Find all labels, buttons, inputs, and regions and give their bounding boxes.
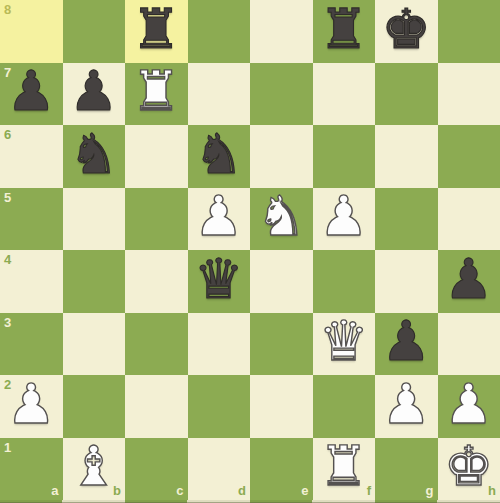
- piece-white-pawn[interactable]: ♟: [382, 377, 431, 432]
- piece-black-rook[interactable]: ♜: [319, 2, 368, 57]
- piece-black-rook[interactable]: ♜: [132, 2, 181, 57]
- piece-black-king[interactable]: ♚: [382, 2, 431, 57]
- piece-black-knight[interactable]: ♞: [69, 127, 118, 182]
- square-d4[interactable]: ♛: [188, 250, 251, 313]
- square-g7[interactable]: [375, 63, 438, 126]
- square-e8[interactable]: [250, 0, 313, 63]
- square-g3[interactable]: ♟: [375, 313, 438, 376]
- square-g4[interactable]: [375, 250, 438, 313]
- square-d3[interactable]: [188, 313, 251, 376]
- square-h8[interactable]: [438, 0, 500, 63]
- piece-black-knight[interactable]: ♞: [194, 127, 243, 182]
- square-e7[interactable]: [250, 63, 313, 126]
- square-h1[interactable]: h♚: [438, 438, 500, 501]
- piece-white-rook[interactable]: ♜: [319, 439, 368, 494]
- square-c3[interactable]: [125, 313, 188, 376]
- rank-label-4: 4: [4, 253, 11, 266]
- square-d6[interactable]: ♞: [188, 125, 251, 188]
- square-g8[interactable]: ♚: [375, 0, 438, 63]
- square-a5[interactable]: 5: [0, 188, 63, 251]
- piece-white-rook[interactable]: ♜: [132, 64, 181, 119]
- rank-label-8: 8: [4, 3, 11, 16]
- square-f6[interactable]: [313, 125, 376, 188]
- rank-label-3: 3: [4, 316, 11, 329]
- square-b5[interactable]: [63, 188, 126, 251]
- piece-white-pawn[interactable]: ♟: [7, 377, 56, 432]
- square-d5[interactable]: ♟: [188, 188, 251, 251]
- square-d7[interactable]: [188, 63, 251, 126]
- file-label-e: e: [301, 484, 308, 497]
- square-b4[interactable]: [63, 250, 126, 313]
- rank-label-1: 1: [4, 441, 11, 454]
- square-c6[interactable]: [125, 125, 188, 188]
- chess-board-container: 8♜♜♚7♟♟♜6♞♞5♟♞♟4♛♟3♛♟2♟♟♟1ab♝cdef♜gh♚: [0, 0, 500, 503]
- square-c4[interactable]: [125, 250, 188, 313]
- square-f2[interactable]: [313, 375, 376, 438]
- square-a3[interactable]: 3: [0, 313, 63, 376]
- square-d8[interactable]: [188, 0, 251, 63]
- piece-black-pawn[interactable]: ♟: [382, 314, 431, 369]
- square-h6[interactable]: [438, 125, 500, 188]
- piece-white-pawn[interactable]: ♟: [444, 377, 493, 432]
- square-e4[interactable]: [250, 250, 313, 313]
- square-c7[interactable]: ♜: [125, 63, 188, 126]
- square-h2[interactable]: ♟: [438, 375, 500, 438]
- square-e1[interactable]: e: [250, 438, 313, 501]
- rank-label-5: 5: [4, 191, 11, 204]
- square-g2[interactable]: ♟: [375, 375, 438, 438]
- square-d2[interactable]: [188, 375, 251, 438]
- square-d1[interactable]: d: [188, 438, 251, 501]
- piece-black-pawn[interactable]: ♟: [69, 64, 118, 119]
- square-h3[interactable]: [438, 313, 500, 376]
- square-a8[interactable]: 8: [0, 0, 63, 63]
- square-a2[interactable]: 2♟: [0, 375, 63, 438]
- square-g1[interactable]: g: [375, 438, 438, 501]
- square-e2[interactable]: [250, 375, 313, 438]
- piece-black-queen[interactable]: ♛: [194, 252, 243, 307]
- piece-white-knight[interactable]: ♞: [257, 189, 306, 244]
- file-label-d: d: [238, 484, 246, 497]
- square-b3[interactable]: [63, 313, 126, 376]
- square-b6[interactable]: ♞: [63, 125, 126, 188]
- file-label-c: c: [176, 484, 183, 497]
- square-h7[interactable]: [438, 63, 500, 126]
- chess-board: 8♜♜♚7♟♟♜6♞♞5♟♞♟4♛♟3♛♟2♟♟♟1ab♝cdef♜gh♚: [0, 0, 500, 500]
- square-f5[interactable]: ♟: [313, 188, 376, 251]
- square-b2[interactable]: [63, 375, 126, 438]
- piece-white-bishop[interactable]: ♝: [69, 439, 118, 494]
- square-f7[interactable]: [313, 63, 376, 126]
- square-a6[interactable]: 6: [0, 125, 63, 188]
- square-c8[interactable]: ♜: [125, 0, 188, 63]
- square-h5[interactable]: [438, 188, 500, 251]
- square-c1[interactable]: c: [125, 438, 188, 501]
- square-f4[interactable]: [313, 250, 376, 313]
- square-f3[interactable]: ♛: [313, 313, 376, 376]
- square-f1[interactable]: f♜: [313, 438, 376, 501]
- square-b1[interactable]: b♝: [63, 438, 126, 501]
- square-e3[interactable]: [250, 313, 313, 376]
- file-label-a: a: [51, 484, 58, 497]
- piece-white-pawn[interactable]: ♟: [319, 189, 368, 244]
- square-b7[interactable]: ♟: [63, 63, 126, 126]
- square-e5[interactable]: ♞: [250, 188, 313, 251]
- square-e6[interactable]: [250, 125, 313, 188]
- piece-black-pawn[interactable]: ♟: [7, 64, 56, 119]
- piece-black-pawn[interactable]: ♟: [444, 252, 493, 307]
- rank-label-6: 6: [4, 128, 11, 141]
- piece-white-pawn[interactable]: ♟: [194, 189, 243, 244]
- square-a7[interactable]: 7♟: [0, 63, 63, 126]
- square-b8[interactable]: [63, 0, 126, 63]
- square-c5[interactable]: [125, 188, 188, 251]
- piece-white-queen[interactable]: ♛: [319, 314, 368, 369]
- square-g6[interactable]: [375, 125, 438, 188]
- square-c2[interactable]: [125, 375, 188, 438]
- square-a4[interactable]: 4: [0, 250, 63, 313]
- file-label-g: g: [426, 484, 434, 497]
- square-f8[interactable]: ♜: [313, 0, 376, 63]
- piece-white-king[interactable]: ♚: [444, 439, 493, 494]
- square-g5[interactable]: [375, 188, 438, 251]
- square-a1[interactable]: 1a: [0, 438, 63, 501]
- square-h4[interactable]: ♟: [438, 250, 500, 313]
